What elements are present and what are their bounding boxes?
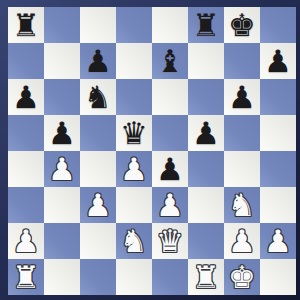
square-h5[interactable] <box>260 115 296 151</box>
black-pawn-piece[interactable]: ♟ <box>156 154 184 185</box>
black-king-piece[interactable]: ♚ <box>228 10 256 41</box>
white-pawn-piece[interactable]: ♟ <box>264 226 292 257</box>
board-frame: ♜♜♚♟♝♟♟♞♟♟♛♟♟♟♟♟♟♞♟♞♛♟♟♜♜♚ <box>0 0 300 300</box>
white-rook-piece[interactable]: ♜ <box>192 262 220 293</box>
square-c5[interactable] <box>80 115 116 151</box>
black-pawn-piece[interactable]: ♟ <box>84 46 112 77</box>
square-d4[interactable]: ♟ <box>116 151 152 187</box>
square-h2[interactable]: ♟ <box>260 223 296 259</box>
square-c2[interactable] <box>80 223 116 259</box>
black-rook-piece[interactable]: ♜ <box>12 10 40 41</box>
white-rook-piece[interactable]: ♜ <box>12 262 40 293</box>
white-pawn-piece[interactable]: ♟ <box>156 190 184 221</box>
square-e5[interactable] <box>152 115 188 151</box>
white-king-piece[interactable]: ♚ <box>228 262 256 293</box>
square-h8[interactable] <box>260 7 296 43</box>
square-h3[interactable] <box>260 187 296 223</box>
square-g7[interactable] <box>224 43 260 79</box>
square-a7[interactable] <box>8 43 44 79</box>
square-b6[interactable] <box>44 79 80 115</box>
black-pawn-piece[interactable]: ♟ <box>192 118 220 149</box>
square-f5[interactable]: ♟ <box>188 115 224 151</box>
square-e3[interactable]: ♟ <box>152 187 188 223</box>
square-g1[interactable]: ♚ <box>224 259 260 295</box>
square-b4[interactable]: ♟ <box>44 151 80 187</box>
square-g5[interactable] <box>224 115 260 151</box>
square-b1[interactable] <box>44 259 80 295</box>
white-pawn-piece[interactable]: ♟ <box>12 226 40 257</box>
square-c6[interactable]: ♞ <box>80 79 116 115</box>
black-knight-piece[interactable]: ♞ <box>84 82 112 113</box>
square-a4[interactable] <box>8 151 44 187</box>
square-c7[interactable]: ♟ <box>80 43 116 79</box>
square-d8[interactable] <box>116 7 152 43</box>
black-pawn-piece[interactable]: ♟ <box>228 82 256 113</box>
square-f8[interactable]: ♜ <box>188 7 224 43</box>
square-e2[interactable]: ♛ <box>152 223 188 259</box>
square-g2[interactable]: ♟ <box>224 223 260 259</box>
white-pawn-piece[interactable]: ♟ <box>120 154 148 185</box>
square-b8[interactable] <box>44 7 80 43</box>
square-e8[interactable] <box>152 7 188 43</box>
square-a2[interactable]: ♟ <box>8 223 44 259</box>
square-a6[interactable]: ♟ <box>8 79 44 115</box>
square-h7[interactable]: ♟ <box>260 43 296 79</box>
square-e6[interactable] <box>152 79 188 115</box>
square-h4[interactable] <box>260 151 296 187</box>
square-d6[interactable] <box>116 79 152 115</box>
square-d5[interactable]: ♛ <box>116 115 152 151</box>
white-queen-piece[interactable]: ♛ <box>156 226 184 257</box>
square-d7[interactable] <box>116 43 152 79</box>
square-f2[interactable] <box>188 223 224 259</box>
square-f1[interactable]: ♜ <box>188 259 224 295</box>
black-pawn-piece[interactable]: ♟ <box>12 82 40 113</box>
square-c4[interactable] <box>80 151 116 187</box>
square-b5[interactable]: ♟ <box>44 115 80 151</box>
square-g6[interactable]: ♟ <box>224 79 260 115</box>
square-d1[interactable] <box>116 259 152 295</box>
square-f4[interactable] <box>188 151 224 187</box>
square-d2[interactable]: ♞ <box>116 223 152 259</box>
square-h6[interactable] <box>260 79 296 115</box>
square-b3[interactable] <box>44 187 80 223</box>
chess-board: ♜♜♚♟♝♟♟♞♟♟♛♟♟♟♟♟♟♞♟♞♛♟♟♜♜♚ <box>8 7 296 295</box>
square-d3[interactable] <box>116 187 152 223</box>
white-knight-piece[interactable]: ♞ <box>120 226 148 257</box>
square-e1[interactable] <box>152 259 188 295</box>
square-g3[interactable]: ♞ <box>224 187 260 223</box>
white-pawn-piece[interactable]: ♟ <box>228 226 256 257</box>
square-f7[interactable] <box>188 43 224 79</box>
white-pawn-piece[interactable]: ♟ <box>84 190 112 221</box>
white-pawn-piece[interactable]: ♟ <box>48 154 76 185</box>
square-a8[interactable]: ♜ <box>8 7 44 43</box>
square-a3[interactable] <box>8 187 44 223</box>
square-a1[interactable]: ♜ <box>8 259 44 295</box>
black-queen-piece[interactable]: ♛ <box>120 118 148 149</box>
black-rook-piece[interactable]: ♜ <box>192 10 220 41</box>
square-c8[interactable] <box>80 7 116 43</box>
black-bishop-piece[interactable]: ♝ <box>156 46 184 77</box>
square-e4[interactable]: ♟ <box>152 151 188 187</box>
square-c3[interactable]: ♟ <box>80 187 116 223</box>
square-f3[interactable] <box>188 187 224 223</box>
square-f6[interactable] <box>188 79 224 115</box>
white-knight-piece[interactable]: ♞ <box>228 190 256 221</box>
black-pawn-piece[interactable]: ♟ <box>264 46 292 77</box>
square-b7[interactable] <box>44 43 80 79</box>
square-h1[interactable] <box>260 259 296 295</box>
square-c1[interactable] <box>80 259 116 295</box>
square-a5[interactable] <box>8 115 44 151</box>
square-b2[interactable] <box>44 223 80 259</box>
square-g8[interactable]: ♚ <box>224 7 260 43</box>
square-g4[interactable] <box>224 151 260 187</box>
black-pawn-piece[interactable]: ♟ <box>48 118 76 149</box>
square-e7[interactable]: ♝ <box>152 43 188 79</box>
